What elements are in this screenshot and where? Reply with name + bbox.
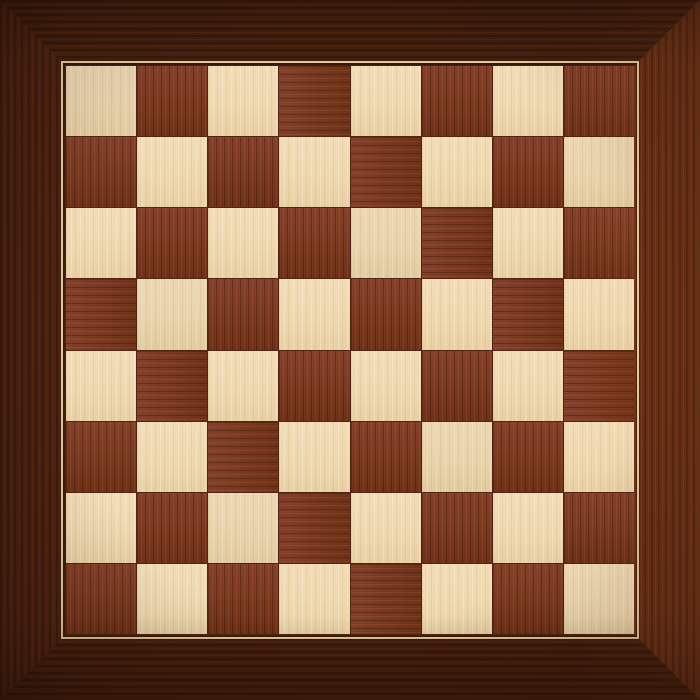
- square-e3[interactable]: [351, 422, 421, 492]
- square-h6[interactable]: [564, 208, 634, 278]
- square-e2[interactable]: [351, 493, 421, 563]
- square-g6[interactable]: [493, 208, 563, 278]
- square-b8[interactable]: [137, 66, 207, 136]
- square-h4[interactable]: [564, 351, 634, 421]
- square-g4[interactable]: [493, 351, 563, 421]
- square-g2[interactable]: [493, 493, 563, 563]
- square-a2[interactable]: [66, 493, 136, 563]
- square-h2[interactable]: [564, 493, 634, 563]
- square-a7[interactable]: [66, 137, 136, 207]
- square-f5[interactable]: [422, 279, 492, 349]
- square-a4[interactable]: [66, 351, 136, 421]
- square-b3[interactable]: [137, 422, 207, 492]
- square-d2[interactable]: [279, 493, 349, 563]
- playing-field: [66, 66, 634, 634]
- square-h1[interactable]: [564, 564, 634, 634]
- square-c5[interactable]: [208, 279, 278, 349]
- square-h5[interactable]: [564, 279, 634, 349]
- square-a8[interactable]: [66, 66, 136, 136]
- square-d6[interactable]: [279, 208, 349, 278]
- square-e1[interactable]: [351, 564, 421, 634]
- square-c3[interactable]: [208, 422, 278, 492]
- square-a1[interactable]: [66, 564, 136, 634]
- square-f6[interactable]: [422, 208, 492, 278]
- square-e8[interactable]: [351, 66, 421, 136]
- square-e6[interactable]: [351, 208, 421, 278]
- square-f4[interactable]: [422, 351, 492, 421]
- square-c1[interactable]: [208, 564, 278, 634]
- square-g1[interactable]: [493, 564, 563, 634]
- square-f7[interactable]: [422, 137, 492, 207]
- square-f8[interactable]: [422, 66, 492, 136]
- square-g8[interactable]: [493, 66, 563, 136]
- square-f1[interactable]: [422, 564, 492, 634]
- square-a5[interactable]: [66, 279, 136, 349]
- square-e4[interactable]: [351, 351, 421, 421]
- square-e5[interactable]: [351, 279, 421, 349]
- square-d8[interactable]: [279, 66, 349, 136]
- square-b4[interactable]: [137, 351, 207, 421]
- square-c2[interactable]: [208, 493, 278, 563]
- square-c8[interactable]: [208, 66, 278, 136]
- square-f2[interactable]: [422, 493, 492, 563]
- square-d5[interactable]: [279, 279, 349, 349]
- square-a6[interactable]: [66, 208, 136, 278]
- square-b1[interactable]: [137, 564, 207, 634]
- square-e7[interactable]: [351, 137, 421, 207]
- square-d1[interactable]: [279, 564, 349, 634]
- square-h3[interactable]: [564, 422, 634, 492]
- square-c6[interactable]: [208, 208, 278, 278]
- square-g7[interactable]: [493, 137, 563, 207]
- square-g5[interactable]: [493, 279, 563, 349]
- square-d4[interactable]: [279, 351, 349, 421]
- square-h7[interactable]: [564, 137, 634, 207]
- square-d3[interactable]: [279, 422, 349, 492]
- square-h8[interactable]: [564, 66, 634, 136]
- square-g3[interactable]: [493, 422, 563, 492]
- square-c4[interactable]: [208, 351, 278, 421]
- square-b7[interactable]: [137, 137, 207, 207]
- chessboard: [0, 0, 700, 700]
- square-b6[interactable]: [137, 208, 207, 278]
- square-a3[interactable]: [66, 422, 136, 492]
- square-b2[interactable]: [137, 493, 207, 563]
- square-c7[interactable]: [208, 137, 278, 207]
- square-f3[interactable]: [422, 422, 492, 492]
- square-b5[interactable]: [137, 279, 207, 349]
- square-d7[interactable]: [279, 137, 349, 207]
